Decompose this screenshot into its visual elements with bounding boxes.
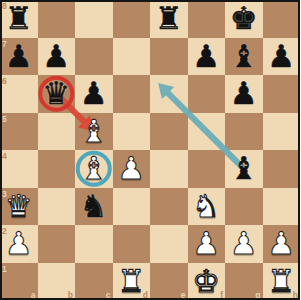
square-c1[interactable]: c bbox=[75, 263, 113, 300]
piece-black-pawn-c6[interactable]: ♟ bbox=[75, 75, 113, 113]
piece-white-knight-f3[interactable]: ♞ bbox=[188, 188, 226, 226]
piece-white-rook-h1[interactable]: ♜ bbox=[263, 263, 301, 300]
square-h5[interactable] bbox=[263, 113, 301, 151]
square-h3[interactable] bbox=[263, 188, 301, 226]
chess-board-screenshot: 87654321abcdefgh ♜♜♚♟♟♟♝♟♛♟♟♝♝♟♝♛♞♞♟♟♟♟♜… bbox=[0, 0, 300, 300]
square-d3[interactable] bbox=[113, 188, 151, 226]
square-e4[interactable] bbox=[150, 150, 188, 188]
piece-black-pawn-a7[interactable]: ♟ bbox=[0, 38, 38, 76]
square-d2[interactable] bbox=[113, 225, 151, 263]
square-b4[interactable] bbox=[38, 150, 76, 188]
piece-black-pawn-f7[interactable]: ♟ bbox=[188, 38, 226, 76]
square-a5[interactable]: 5 bbox=[0, 113, 38, 151]
piece-black-queen-b6[interactable]: ♛ bbox=[38, 75, 76, 113]
file-label-e: e bbox=[181, 291, 186, 300]
piece-black-rook-e8[interactable]: ♜ bbox=[150, 0, 188, 38]
piece-white-pawn-g2[interactable]: ♟ bbox=[225, 225, 263, 263]
square-d8[interactable] bbox=[113, 0, 151, 38]
piece-white-king-f1[interactable]: ♚ bbox=[188, 263, 226, 300]
piece-white-pawn-h2[interactable]: ♟ bbox=[263, 225, 301, 263]
square-f4[interactable] bbox=[188, 150, 226, 188]
piece-black-rook-a8[interactable]: ♜ bbox=[0, 0, 38, 38]
square-h8[interactable] bbox=[263, 0, 301, 38]
square-a6[interactable]: 6 bbox=[0, 75, 38, 113]
file-label-c: c bbox=[106, 291, 111, 300]
rank-label-4: 4 bbox=[2, 152, 7, 161]
piece-black-king-g8[interactable]: ♚ bbox=[225, 0, 263, 38]
piece-white-bishop-c5[interactable]: ♝ bbox=[75, 113, 113, 151]
piece-white-pawn-d4[interactable]: ♟ bbox=[113, 150, 151, 188]
rank-label-1: 1 bbox=[2, 265, 7, 274]
piece-black-knight-c3[interactable]: ♞ bbox=[75, 188, 113, 226]
square-e7[interactable] bbox=[150, 38, 188, 76]
square-e1[interactable]: e bbox=[150, 263, 188, 300]
square-d6[interactable] bbox=[113, 75, 151, 113]
square-d7[interactable] bbox=[113, 38, 151, 76]
file-label-g: g bbox=[255, 291, 260, 300]
square-c8[interactable] bbox=[75, 0, 113, 38]
rank-label-5: 5 bbox=[2, 115, 7, 124]
square-e5[interactable] bbox=[150, 113, 188, 151]
square-b8[interactable] bbox=[38, 0, 76, 38]
file-label-a: a bbox=[31, 291, 36, 300]
square-h6[interactable] bbox=[263, 75, 301, 113]
piece-white-pawn-f2[interactable]: ♟ bbox=[188, 225, 226, 263]
square-h4[interactable] bbox=[263, 150, 301, 188]
piece-white-queen-a3[interactable]: ♛ bbox=[0, 188, 38, 226]
square-f8[interactable] bbox=[188, 0, 226, 38]
square-c2[interactable] bbox=[75, 225, 113, 263]
square-a4[interactable]: 4 bbox=[0, 150, 38, 188]
square-e3[interactable] bbox=[150, 188, 188, 226]
square-b5[interactable] bbox=[38, 113, 76, 151]
square-e6[interactable] bbox=[150, 75, 188, 113]
square-d5[interactable] bbox=[113, 113, 151, 151]
piece-white-rook-d1[interactable]: ♜ bbox=[113, 263, 151, 300]
square-f6[interactable] bbox=[188, 75, 226, 113]
piece-white-bishop-c4[interactable]: ♝ bbox=[75, 150, 113, 188]
square-a1[interactable]: 1a bbox=[0, 263, 38, 300]
square-b1[interactable]: b bbox=[38, 263, 76, 300]
file-label-b: b bbox=[68, 291, 73, 300]
piece-black-pawn-h7[interactable]: ♟ bbox=[263, 38, 301, 76]
rank-label-6: 6 bbox=[2, 77, 7, 86]
square-f5[interactable] bbox=[188, 113, 226, 151]
square-g5[interactable] bbox=[225, 113, 263, 151]
piece-black-pawn-g6[interactable]: ♟ bbox=[225, 75, 263, 113]
piece-white-pawn-a2[interactable]: ♟ bbox=[0, 225, 38, 263]
square-e2[interactable] bbox=[150, 225, 188, 263]
square-b3[interactable] bbox=[38, 188, 76, 226]
square-b2[interactable] bbox=[38, 225, 76, 263]
square-g1[interactable]: g bbox=[225, 263, 263, 300]
square-c7[interactable] bbox=[75, 38, 113, 76]
piece-black-pawn-b7[interactable]: ♟ bbox=[38, 38, 76, 76]
piece-black-bishop-g4[interactable]: ♝ bbox=[225, 150, 263, 188]
square-g3[interactable] bbox=[225, 188, 263, 226]
piece-black-bishop-g7[interactable]: ♝ bbox=[225, 38, 263, 76]
